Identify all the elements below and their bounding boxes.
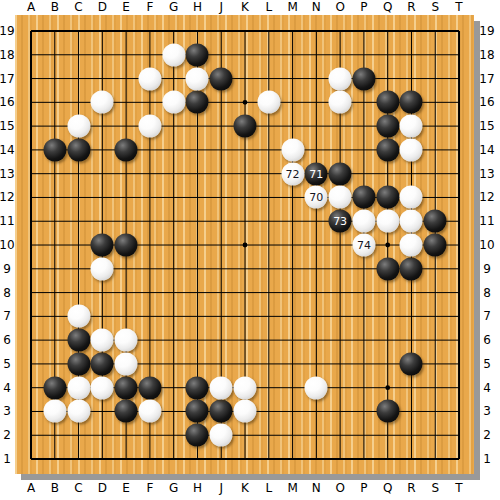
coord-label: L: [265, 482, 272, 494]
coord-label: L: [265, 1, 272, 13]
white-stone-D6: [91, 329, 114, 352]
coord-label: 12: [479, 191, 494, 203]
black-stone-S10: [424, 234, 447, 257]
black-stone-B14: [43, 138, 66, 161]
white-stone-R12: [400, 186, 423, 209]
coord-label: 1: [3, 453, 11, 465]
white-stone-L16: [257, 91, 280, 114]
black-stone-H2: [186, 424, 209, 447]
move-number: 74: [357, 240, 371, 251]
coord-label: 10: [0, 239, 15, 251]
white-stone-R14: [400, 138, 423, 161]
coord-label: 11: [0, 215, 15, 227]
coord-label: B: [51, 482, 59, 494]
black-stone-E3: [115, 400, 138, 423]
coord-label: 6: [483, 334, 491, 346]
white-stone-P10: 74: [352, 234, 375, 257]
coord-label: 18: [479, 49, 494, 61]
black-stone-E10: [115, 234, 138, 257]
black-stone-Q16: [376, 91, 399, 114]
coord-label: 5: [3, 358, 11, 370]
black-stone-Q14: [376, 138, 399, 161]
white-stone-J4: [210, 376, 233, 399]
white-stone-E6: [115, 329, 138, 352]
coord-label: 3: [483, 405, 491, 417]
coord-label: 14: [479, 144, 494, 156]
coord-label: 3: [3, 405, 11, 417]
coord-label: 2: [3, 429, 11, 441]
black-stone-D5: [91, 352, 114, 375]
white-stone-F3: [138, 400, 161, 423]
coord-label: 13: [0, 168, 15, 180]
coord-label: T: [455, 1, 462, 13]
white-stone-D9: [91, 257, 114, 280]
white-stone-C7: [67, 305, 90, 328]
coord-label: T: [455, 482, 462, 494]
coord-label: H: [193, 1, 202, 13]
coord-label: 9: [3, 263, 11, 275]
black-stone-H18: [186, 43, 209, 66]
coord-label: 8: [483, 287, 491, 299]
move-number: 71: [309, 168, 323, 179]
white-stone-B3: [43, 400, 66, 423]
coord-label: C: [74, 482, 82, 494]
black-stone-C6: [67, 329, 90, 352]
black-stone-H16: [186, 91, 209, 114]
coord-label: F: [146, 1, 153, 13]
coord-label: 16: [0, 96, 15, 108]
white-stone-O16: [329, 91, 352, 114]
coord-label: G: [169, 1, 178, 13]
coord-label: R: [407, 482, 415, 494]
move-number: 72: [286, 168, 300, 179]
black-stone-Q12: [376, 186, 399, 209]
coord-label: J: [219, 1, 223, 13]
coord-label: 11: [479, 215, 494, 227]
white-stone-K3: [234, 400, 257, 423]
coord-label: 2: [483, 429, 491, 441]
coord-label: 17: [479, 73, 494, 85]
coord-label: Q: [383, 1, 392, 13]
white-stone-E5: [115, 352, 138, 375]
coord-label: M: [287, 1, 297, 13]
white-stone-M14: [281, 138, 304, 161]
coord-label: 15: [0, 120, 15, 132]
coord-label: 10: [479, 239, 494, 251]
white-stone-G18: [162, 43, 185, 66]
white-stone-F15: [138, 115, 161, 138]
white-stone-C15: [67, 115, 90, 138]
coord-label: J: [219, 482, 223, 494]
white-stone-F17: [138, 67, 161, 90]
coord-label: P: [360, 1, 367, 13]
coord-label: A: [27, 482, 35, 494]
white-stone-K4: [234, 376, 257, 399]
white-stone-P11: [352, 210, 375, 233]
black-stone-H4: [186, 376, 209, 399]
coord-label: 13: [479, 168, 494, 180]
coord-label: N: [312, 1, 321, 13]
coord-label: 6: [3, 334, 11, 346]
white-stone-M13: 72: [281, 162, 304, 185]
white-stone-N4: [305, 376, 328, 399]
coord-label: O: [335, 1, 344, 13]
black-stone-J17: [210, 67, 233, 90]
black-stone-C14: [67, 138, 90, 161]
coord-label: 19: [0, 25, 15, 37]
coord-label: F: [146, 482, 153, 494]
black-stone-P12: [352, 186, 375, 209]
coord-label: 8: [3, 287, 11, 299]
coord-label: 14: [0, 144, 15, 156]
go-board-app: ABCDEFGHJKLMNOPQRST ABCDEFGHJKLMNOPQRST …: [0, 0, 500, 500]
white-stone-H17: [186, 67, 209, 90]
white-stone-O17: [329, 67, 352, 90]
black-stone-Q15: [376, 115, 399, 138]
coord-label: P: [360, 482, 367, 494]
coord-label: 12: [0, 191, 15, 203]
black-stone-O13: [329, 162, 352, 185]
white-stone-R11: [400, 210, 423, 233]
white-stone-Q11: [376, 210, 399, 233]
coord-label: 4: [3, 382, 11, 394]
coord-label: 16: [479, 96, 494, 108]
coord-label: Q: [383, 482, 392, 494]
black-stone-S11: [424, 210, 447, 233]
coord-label: K: [241, 482, 249, 494]
black-stone-J3: [210, 400, 233, 423]
black-stone-H3: [186, 400, 209, 423]
coord-label: A: [27, 1, 35, 13]
white-stone-C3: [67, 400, 90, 423]
white-stone-D16: [91, 91, 114, 114]
white-stone-N12: 70: [305, 186, 328, 209]
coord-label: 17: [0, 73, 15, 85]
black-stone-R9: [400, 257, 423, 280]
coord-label: K: [241, 1, 249, 13]
black-stone-E14: [115, 138, 138, 161]
black-stone-B4: [43, 376, 66, 399]
black-stone-O11: 73: [329, 210, 352, 233]
black-stone-N13: 71: [305, 162, 328, 185]
black-stone-R5: [400, 352, 423, 375]
coord-label: 1: [483, 453, 491, 465]
white-stone-G16: [162, 91, 185, 114]
coord-label: N: [312, 482, 321, 494]
black-stone-R16: [400, 91, 423, 114]
coord-label: 7: [3, 310, 11, 322]
coord-label: 4: [483, 382, 491, 394]
coord-label: E: [122, 482, 130, 494]
move-number: 70: [309, 192, 323, 203]
black-stone-Q9: [376, 257, 399, 280]
black-stone-E4: [115, 376, 138, 399]
white-stone-C4: [67, 376, 90, 399]
coord-label: D: [98, 1, 107, 13]
coord-label: 15: [479, 120, 494, 132]
coord-label: G: [169, 482, 178, 494]
coord-label: C: [74, 1, 82, 13]
white-stone-R15: [400, 115, 423, 138]
move-number: 73: [333, 216, 347, 227]
coord-label: O: [335, 482, 344, 494]
coord-label: 19: [479, 25, 494, 37]
black-stone-D10: [91, 234, 114, 257]
coord-label: E: [122, 1, 130, 13]
black-stone-Q3: [376, 400, 399, 423]
coord-label: M: [287, 482, 297, 494]
coord-label: 7: [483, 310, 491, 322]
black-stone-P17: [352, 67, 375, 90]
coord-label: H: [193, 482, 202, 494]
white-stone-J2: [210, 424, 233, 447]
black-stone-K15: [234, 115, 257, 138]
coord-label: S: [431, 1, 439, 13]
white-stone-R10: [400, 234, 423, 257]
coord-label: R: [407, 1, 415, 13]
coord-label: D: [98, 482, 107, 494]
black-stone-C5: [67, 352, 90, 375]
coord-label: S: [431, 482, 439, 494]
white-stone-O12: [329, 186, 352, 209]
white-stone-D4: [91, 376, 114, 399]
coord-label: 9: [483, 263, 491, 275]
black-stone-F4: [138, 376, 161, 399]
coord-label: 5: [483, 358, 491, 370]
coord-label: 18: [0, 49, 15, 61]
coord-label: B: [51, 1, 59, 13]
